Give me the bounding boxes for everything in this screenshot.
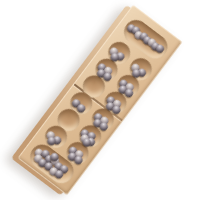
- board-top-face: [17, 5, 182, 196]
- photo-background: [0, 0, 200, 200]
- mancala-board: [17, 5, 182, 196]
